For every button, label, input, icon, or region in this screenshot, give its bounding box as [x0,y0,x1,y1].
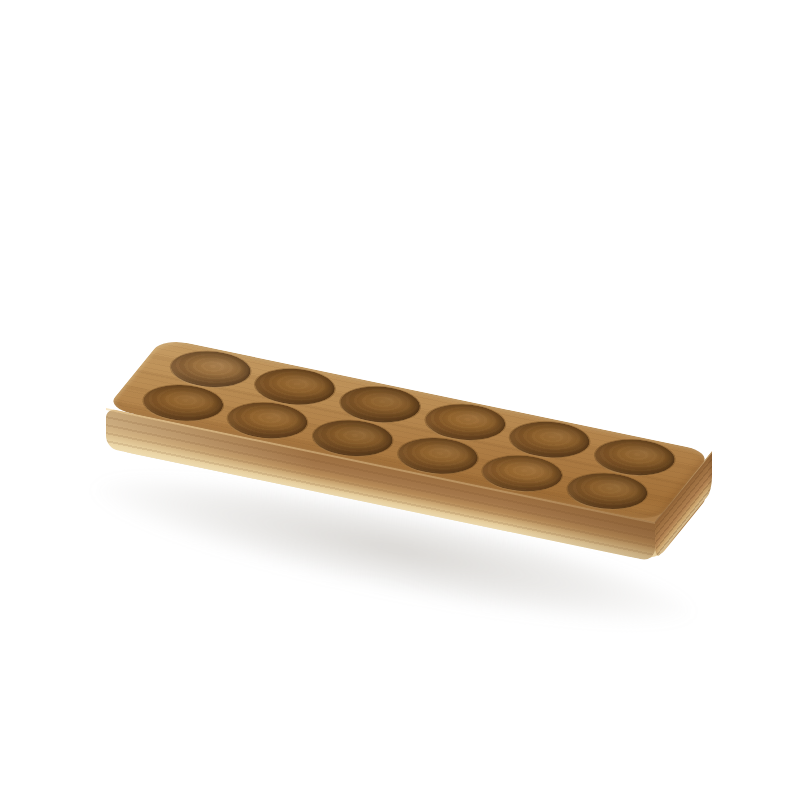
board-scene [0,0,800,800]
